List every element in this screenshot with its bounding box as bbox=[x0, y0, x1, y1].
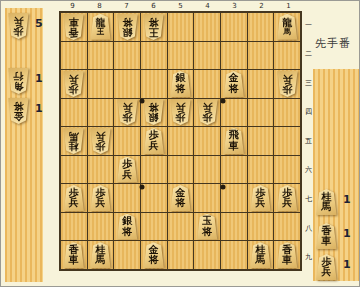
piece-face: 銀将 bbox=[142, 99, 165, 125]
hand-count: 1 bbox=[343, 193, 351, 206]
square-8-6[interactable] bbox=[88, 156, 114, 184]
square-2-2[interactable] bbox=[248, 42, 274, 70]
piece-kanji: 兵 bbox=[95, 130, 105, 141]
shogi-board: 香車龍王銀将王将龍馬歩兵銀将金将歩兵歩兵銀将歩兵歩兵桂馬歩兵歩兵飛車歩兵歩兵歩兵… bbox=[59, 11, 302, 271]
square-7-4[interactable]: 歩兵 bbox=[114, 99, 140, 127]
square-4-1[interactable] bbox=[194, 13, 220, 41]
piece-kanji: 将 bbox=[202, 227, 212, 238]
piece-kanji: 歩 bbox=[202, 112, 212, 123]
square-9-2[interactable] bbox=[61, 42, 87, 70]
piece-kanji: 歩 bbox=[122, 159, 132, 170]
square-2-4[interactable] bbox=[248, 99, 274, 127]
piece-kanji: 王 bbox=[97, 28, 105, 36]
piece-kanji: 銀 bbox=[122, 27, 132, 38]
hoshi-dot bbox=[221, 185, 226, 190]
shogi-piece-桂馬-sente[interactable]: 桂馬 bbox=[89, 242, 112, 268]
shogi-app-window: 歩兵5角行1金将1 987654321 香車龍王銀将王将龍馬歩兵銀将金将歩兵歩兵… bbox=[0, 0, 360, 287]
square-1-5[interactable] bbox=[274, 127, 300, 155]
piece-face: 歩兵 bbox=[196, 99, 219, 125]
piece-face: 歩兵 bbox=[116, 157, 139, 183]
shogi-piece-龍馬-sente[interactable]: 龍馬 bbox=[276, 14, 299, 40]
square-3-9[interactable] bbox=[221, 241, 247, 269]
piece-face: 歩兵 bbox=[276, 185, 299, 211]
piece-kanji: 将 bbox=[175, 84, 185, 95]
shogi-piece-龍王-sente[interactable]: 龍王 bbox=[89, 14, 112, 40]
square-1-7[interactable]: 歩兵 bbox=[274, 184, 300, 212]
square-9-5[interactable]: 桂馬 bbox=[61, 127, 87, 155]
shogi-piece-金将-sente[interactable]: 金将 bbox=[222, 71, 245, 97]
square-5-9[interactable] bbox=[168, 241, 194, 269]
square-6-3[interactable] bbox=[141, 70, 167, 98]
square-7-6[interactable]: 歩兵 bbox=[114, 156, 140, 184]
square-6-4[interactable]: 銀将 bbox=[141, 99, 167, 127]
square-2-7[interactable]: 歩兵 bbox=[248, 184, 274, 212]
file-label-6: 6 bbox=[140, 1, 167, 11]
shogi-piece-金将-sente[interactable]: 金将 bbox=[142, 242, 165, 268]
piece-kanji: 車 bbox=[69, 16, 79, 27]
file-label-4: 4 bbox=[194, 1, 221, 11]
square-2-9[interactable]: 桂馬 bbox=[248, 241, 274, 269]
file-label-9: 9 bbox=[59, 1, 86, 11]
piece-kanji: 角 bbox=[14, 81, 24, 92]
piece-kanji: 兵 bbox=[322, 267, 332, 278]
square-7-5[interactable] bbox=[114, 127, 140, 155]
piece-kanji: 兵 bbox=[95, 198, 105, 209]
square-1-6[interactable] bbox=[274, 156, 300, 184]
piece-face: 王将 bbox=[142, 14, 165, 40]
square-6-7[interactable] bbox=[141, 184, 167, 212]
square-4-9[interactable] bbox=[194, 241, 220, 269]
square-8-7[interactable]: 歩兵 bbox=[88, 184, 114, 212]
piece-kanji: 兵 bbox=[175, 102, 185, 113]
shogi-piece-銀将-sente[interactable]: 銀将 bbox=[116, 214, 139, 240]
piece-kanji: 馬 bbox=[322, 202, 332, 213]
square-4-6[interactable] bbox=[194, 156, 220, 184]
square-1-2[interactable] bbox=[274, 42, 300, 70]
shogi-piece-香車-sente[interactable]: 香車 bbox=[276, 242, 299, 268]
piece-kanji: 将 bbox=[229, 84, 239, 95]
hoshi-dot bbox=[140, 185, 145, 190]
piece-face: 歩兵 bbox=[249, 185, 272, 211]
piece-face: 歩兵 bbox=[142, 128, 165, 154]
piece-kanji: 王 bbox=[149, 27, 159, 38]
square-2-6[interactable] bbox=[248, 156, 274, 184]
piece-kanji: 兵 bbox=[255, 198, 265, 209]
square-4-4[interactable]: 歩兵 bbox=[194, 99, 220, 127]
shogi-piece-歩兵-gote[interactable]: 歩兵 bbox=[62, 71, 85, 97]
square-8-4[interactable] bbox=[88, 99, 114, 127]
shogi-piece-歩兵-gote[interactable]: 歩兵 bbox=[196, 99, 219, 125]
piece-face: 歩兵 bbox=[62, 71, 85, 97]
piece-kanji: 行 bbox=[14, 71, 24, 82]
square-4-8[interactable]: 玉将 bbox=[194, 213, 220, 241]
square-5-4[interactable]: 歩兵 bbox=[168, 99, 194, 127]
square-9-4[interactable] bbox=[61, 99, 87, 127]
piece-kanji: 馬 bbox=[69, 130, 79, 141]
square-8-8[interactable] bbox=[88, 213, 114, 241]
square-6-8[interactable] bbox=[141, 213, 167, 241]
square-9-7[interactable]: 歩兵 bbox=[61, 184, 87, 212]
square-5-3[interactable]: 銀将 bbox=[168, 70, 194, 98]
piece-kanji: 将 bbox=[175, 198, 185, 209]
piece-kanji: 兵 bbox=[122, 102, 132, 113]
hand-item-金将[interactable]: 金将1 bbox=[7, 98, 45, 124]
square-6-9[interactable]: 金将 bbox=[141, 241, 167, 269]
piece-kanji: 兵 bbox=[282, 73, 292, 84]
gote-captured-tray[interactable]: 歩兵5角行1金将1 bbox=[5, 8, 43, 282]
piece-kanji: 桂 bbox=[69, 141, 79, 152]
shogi-piece-銀将-gote[interactable]: 銀将 bbox=[116, 14, 139, 40]
piece-face: 飛車 bbox=[222, 128, 245, 154]
shogi-piece-歩兵-sente[interactable]: 歩兵 bbox=[62, 185, 85, 211]
square-9-6[interactable] bbox=[61, 156, 87, 184]
piece-face: 桂馬 bbox=[62, 128, 85, 154]
square-3-2[interactable] bbox=[221, 42, 247, 70]
piece-face: 香車 bbox=[62, 14, 85, 40]
shogi-piece-香車-sente[interactable]: 香車 bbox=[315, 223, 338, 249]
shogi-piece-香車-gote[interactable]: 香車 bbox=[62, 14, 85, 40]
shogi-piece-金将-gote[interactable]: 金将 bbox=[7, 98, 30, 124]
sente-captured-tray[interactable]: 桂馬1香車1歩兵1 bbox=[313, 69, 359, 281]
square-5-1[interactable] bbox=[168, 13, 194, 41]
file-label-8: 8 bbox=[86, 1, 113, 11]
file-label-5: 5 bbox=[167, 1, 194, 11]
square-7-2[interactable] bbox=[114, 42, 140, 70]
shogi-piece-歩兵-gote[interactable]: 歩兵 bbox=[116, 99, 139, 125]
square-3-3[interactable]: 金将 bbox=[221, 70, 247, 98]
file-label-1: 1 bbox=[275, 1, 302, 11]
shogi-piece-桂馬-gote[interactable]: 桂馬 bbox=[62, 128, 85, 154]
shogi-piece-歩兵-sente[interactable]: 歩兵 bbox=[116, 157, 139, 183]
square-8-3[interactable] bbox=[88, 70, 114, 98]
hand-item-歩兵[interactable]: 歩兵5 bbox=[7, 13, 45, 39]
shogi-piece-角行-gote[interactable]: 角行 bbox=[7, 68, 30, 94]
square-4-5[interactable] bbox=[194, 127, 220, 155]
file-coordinate-labels: 987654321 bbox=[59, 1, 302, 11]
piece-kanji: 兵 bbox=[202, 102, 212, 113]
piece-face: 銀将 bbox=[169, 71, 192, 97]
shogi-piece-金将-sente[interactable]: 金将 bbox=[169, 185, 192, 211]
shogi-piece-飛車-sente[interactable]: 飛車 bbox=[222, 128, 245, 154]
piece-kanji: 将 bbox=[122, 16, 132, 27]
piece-kanji: 車 bbox=[229, 141, 239, 152]
piece-kanji: 歩 bbox=[282, 84, 292, 95]
piece-face: 香車 bbox=[315, 223, 338, 249]
piece-kanji: 兵 bbox=[69, 73, 79, 84]
square-2-1[interactable] bbox=[248, 13, 274, 41]
piece-kanji: 香 bbox=[69, 27, 79, 38]
hoshi-dot bbox=[221, 99, 226, 104]
square-3-6[interactable] bbox=[221, 156, 247, 184]
piece-kanji: 兵 bbox=[149, 141, 159, 152]
square-7-3[interactable] bbox=[114, 70, 140, 98]
shogi-piece-歩兵-gote[interactable]: 歩兵 bbox=[276, 71, 299, 97]
square-4-2[interactable] bbox=[194, 42, 220, 70]
piece-face: 金将 bbox=[222, 71, 245, 97]
square-1-9[interactable]: 香車 bbox=[274, 241, 300, 269]
shogi-piece-歩兵-sente[interactable]: 歩兵 bbox=[315, 254, 338, 280]
shogi-piece-桂馬-sente[interactable]: 桂馬 bbox=[315, 189, 338, 215]
shogi-piece-歩兵-gote[interactable]: 歩兵 bbox=[89, 128, 112, 154]
piece-face: 金将 bbox=[7, 98, 30, 124]
square-3-5[interactable]: 飛車 bbox=[221, 127, 247, 155]
piece-kanji: 歩 bbox=[175, 112, 185, 123]
square-3-1[interactable] bbox=[221, 13, 247, 41]
piece-kanji: 兵 bbox=[14, 16, 24, 27]
square-9-9[interactable]: 香車 bbox=[61, 241, 87, 269]
shogi-piece-歩兵-sente[interactable]: 歩兵 bbox=[142, 128, 165, 154]
piece-kanji: 将 bbox=[149, 255, 159, 266]
shogi-piece-歩兵-gote[interactable]: 歩兵 bbox=[169, 99, 192, 125]
hand-count: 1 bbox=[35, 72, 43, 85]
square-8-1[interactable]: 龍王 bbox=[88, 13, 114, 41]
shogi-piece-銀将-sente[interactable]: 銀将 bbox=[169, 71, 192, 97]
square-5-6[interactable] bbox=[168, 156, 194, 184]
square-9-8[interactable] bbox=[61, 213, 87, 241]
square-3-4[interactable] bbox=[221, 99, 247, 127]
shogi-piece-歩兵-sente[interactable]: 歩兵 bbox=[276, 185, 299, 211]
piece-face: 金将 bbox=[142, 242, 165, 268]
square-1-4[interactable] bbox=[274, 99, 300, 127]
square-8-5[interactable]: 歩兵 bbox=[88, 127, 114, 155]
piece-face: 桂馬 bbox=[89, 242, 112, 268]
square-8-9[interactable]: 桂馬 bbox=[88, 241, 114, 269]
hand-item-歩兵[interactable]: 歩兵1 bbox=[315, 254, 360, 280]
piece-face: 龍馬 bbox=[276, 14, 299, 40]
piece-kanji: 将 bbox=[149, 102, 159, 113]
hand-item-香車[interactable]: 香車1 bbox=[315, 223, 360, 249]
square-4-7[interactable] bbox=[194, 184, 220, 212]
square-7-9[interactable] bbox=[114, 241, 140, 269]
piece-face: 香車 bbox=[276, 242, 299, 268]
piece-face: 歩兵 bbox=[315, 254, 338, 280]
square-2-8[interactable] bbox=[248, 213, 274, 241]
piece-kanji: 歩 bbox=[14, 26, 24, 37]
square-5-5[interactable] bbox=[168, 127, 194, 155]
piece-kanji: 歩 bbox=[122, 112, 132, 123]
piece-kanji: 馬 bbox=[283, 28, 291, 36]
piece-kanji: 将 bbox=[14, 101, 24, 112]
piece-face: 歩兵 bbox=[89, 128, 112, 154]
square-7-7[interactable] bbox=[114, 184, 140, 212]
shogi-piece-銀将-gote[interactable]: 銀将 bbox=[142, 99, 165, 125]
square-1-3[interactable]: 歩兵 bbox=[274, 70, 300, 98]
shogi-piece-玉将-sente[interactable]: 玉将 bbox=[196, 214, 219, 240]
piece-face: 龍王 bbox=[89, 14, 112, 40]
square-4-3[interactable] bbox=[194, 70, 220, 98]
shogi-piece-歩兵-sente[interactable]: 歩兵 bbox=[89, 185, 112, 211]
square-3-8[interactable] bbox=[221, 213, 247, 241]
piece-kanji: 馬 bbox=[255, 255, 265, 266]
piece-face: 歩兵 bbox=[116, 99, 139, 125]
square-9-1[interactable]: 香車 bbox=[61, 13, 87, 41]
square-6-5[interactable]: 歩兵 bbox=[141, 127, 167, 155]
file-label-2: 2 bbox=[248, 1, 275, 11]
piece-face: 玉将 bbox=[196, 214, 219, 240]
piece-kanji: 兵 bbox=[282, 198, 292, 209]
piece-face: 角行 bbox=[7, 68, 30, 94]
square-7-1[interactable]: 銀将 bbox=[114, 13, 140, 41]
piece-kanji: 兵 bbox=[122, 170, 132, 181]
piece-kanji: 将 bbox=[122, 227, 132, 238]
shogi-piece-香車-sente[interactable]: 香車 bbox=[62, 242, 85, 268]
hand-item-桂馬[interactable]: 桂馬1 bbox=[315, 189, 360, 215]
square-9-3[interactable]: 歩兵 bbox=[61, 70, 87, 98]
piece-face: 歩兵 bbox=[89, 185, 112, 211]
square-2-3[interactable] bbox=[248, 70, 274, 98]
file-label-7: 7 bbox=[113, 1, 140, 11]
piece-face: 歩兵 bbox=[62, 185, 85, 211]
piece-face: 歩兵 bbox=[7, 13, 30, 39]
shogi-piece-歩兵-gote[interactable]: 歩兵 bbox=[7, 13, 30, 39]
piece-kanji: 車 bbox=[322, 236, 332, 247]
piece-face: 桂馬 bbox=[315, 189, 338, 215]
piece-kanji: 金 bbox=[14, 111, 24, 122]
shogi-piece-王将-gote[interactable]: 王将 bbox=[142, 14, 165, 40]
piece-kanji: 車 bbox=[69, 255, 79, 266]
shogi-piece-歩兵-sente[interactable]: 歩兵 bbox=[249, 185, 272, 211]
square-7-8[interactable]: 銀将 bbox=[114, 213, 140, 241]
hand-count: 5 bbox=[35, 17, 43, 30]
rank-label-2: 二 bbox=[303, 40, 314, 69]
piece-kanji: 将 bbox=[149, 16, 159, 27]
piece-kanji: 車 bbox=[282, 255, 292, 266]
square-5-8[interactable] bbox=[168, 213, 194, 241]
file-label-3: 3 bbox=[221, 1, 248, 11]
turn-indicator: 先手番 bbox=[315, 36, 351, 51]
square-6-6[interactable] bbox=[141, 156, 167, 184]
square-6-2[interactable] bbox=[141, 42, 167, 70]
hand-count: 1 bbox=[343, 227, 351, 240]
piece-face: 銀将 bbox=[116, 14, 139, 40]
square-5-7[interactable]: 金将 bbox=[168, 184, 194, 212]
piece-kanji: 歩 bbox=[95, 141, 105, 152]
piece-kanji: 歩 bbox=[69, 84, 79, 95]
piece-kanji: 兵 bbox=[69, 198, 79, 209]
piece-face: 金将 bbox=[169, 185, 192, 211]
piece-kanji: 銀 bbox=[149, 112, 159, 123]
hand-count: 1 bbox=[343, 258, 351, 271]
square-1-1[interactable]: 龍馬 bbox=[274, 13, 300, 41]
shogi-piece-桂馬-sente[interactable]: 桂馬 bbox=[249, 242, 272, 268]
square-2-5[interactable] bbox=[248, 127, 274, 155]
square-6-1[interactable]: 王将 bbox=[141, 13, 167, 41]
square-8-2[interactable] bbox=[88, 42, 114, 70]
piece-face: 香車 bbox=[62, 242, 85, 268]
square-1-8[interactable] bbox=[274, 213, 300, 241]
rank-label-1: 一 bbox=[303, 11, 314, 40]
piece-face: 桂馬 bbox=[249, 242, 272, 268]
hoshi-dot bbox=[140, 99, 145, 104]
hand-item-角行[interactable]: 角行1 bbox=[7, 68, 45, 94]
piece-kanji: 馬 bbox=[95, 255, 105, 266]
square-5-2[interactable] bbox=[168, 42, 194, 70]
piece-face: 銀将 bbox=[116, 214, 139, 240]
hand-count: 1 bbox=[35, 102, 43, 115]
piece-face: 歩兵 bbox=[276, 71, 299, 97]
piece-face: 歩兵 bbox=[169, 99, 192, 125]
